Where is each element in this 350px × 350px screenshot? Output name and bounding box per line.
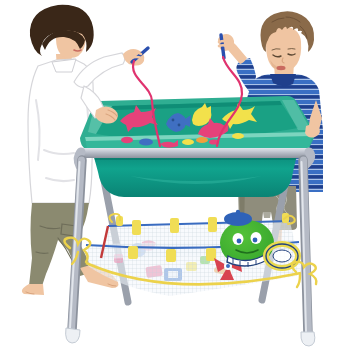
stand-top-bar — [76, 148, 314, 158]
product-photo: Two young boys playing a magnetic fishin… — [0, 0, 350, 350]
boy-right-mouth — [277, 66, 286, 70]
fishing-tray — [80, 96, 315, 150]
stand-foot-cap-left — [66, 328, 80, 343]
boy-left-foot-left — [22, 284, 44, 295]
boy-right-raised-sleeve — [236, 58, 256, 96]
scene-svg: Two boys fishing at a green water table — [0, 0, 350, 350]
stand-foot-cap-right — [301, 332, 315, 346]
